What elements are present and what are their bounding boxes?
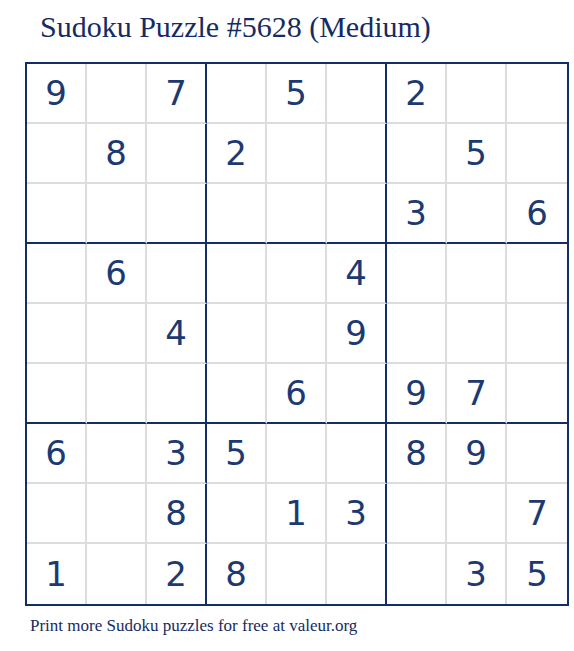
cell-r1c5[interactable]: 5 (267, 64, 327, 124)
cell-r8c8[interactable] (447, 484, 507, 544)
cell-r9c9[interactable]: 5 (507, 544, 567, 604)
cell-r4c1[interactable] (27, 244, 87, 304)
cell-r6c9[interactable] (507, 364, 567, 424)
cell-r6c3[interactable] (147, 364, 207, 424)
cell-r5c3[interactable]: 4 (147, 304, 207, 364)
cell-r1c8[interactable] (447, 64, 507, 124)
cell-r1c9[interactable] (507, 64, 567, 124)
cell-r6c5[interactable]: 6 (267, 364, 327, 424)
cell-r5c6[interactable]: 9 (327, 304, 387, 364)
cell-r1c1[interactable]: 9 (27, 64, 87, 124)
footer-text: Print more Sudoku puzzles for free at va… (30, 616, 357, 636)
cell-r8c9[interactable]: 7 (507, 484, 567, 544)
cell-r7c5[interactable] (267, 424, 327, 484)
cell-r1c2[interactable] (87, 64, 147, 124)
cell-r5c7[interactable] (387, 304, 447, 364)
cell-r5c9[interactable] (507, 304, 567, 364)
cell-r8c5[interactable]: 1 (267, 484, 327, 544)
cell-r1c7[interactable]: 2 (387, 64, 447, 124)
cell-r6c1[interactable] (27, 364, 87, 424)
cell-r3c3[interactable] (147, 184, 207, 244)
cell-r4c4[interactable] (207, 244, 267, 304)
cell-r1c4[interactable] (207, 64, 267, 124)
cell-r9c3[interactable]: 2 (147, 544, 207, 604)
cell-r6c8[interactable]: 7 (447, 364, 507, 424)
cell-r8c2[interactable] (87, 484, 147, 544)
cell-r2c9[interactable] (507, 124, 567, 184)
cell-r6c6[interactable] (327, 364, 387, 424)
cell-r8c3[interactable]: 8 (147, 484, 207, 544)
cell-r8c7[interactable] (387, 484, 447, 544)
cell-r7c7[interactable]: 8 (387, 424, 447, 484)
cell-r2c7[interactable] (387, 124, 447, 184)
cell-r5c8[interactable] (447, 304, 507, 364)
cell-r4c8[interactable] (447, 244, 507, 304)
cell-r7c3[interactable]: 3 (147, 424, 207, 484)
cell-r9c7[interactable] (387, 544, 447, 604)
cell-r3c8[interactable] (447, 184, 507, 244)
cell-r4c2[interactable]: 6 (87, 244, 147, 304)
cell-r8c6[interactable]: 3 (327, 484, 387, 544)
cell-r8c1[interactable] (27, 484, 87, 544)
cell-r4c5[interactable] (267, 244, 327, 304)
cell-r3c2[interactable] (87, 184, 147, 244)
cell-r3c6[interactable] (327, 184, 387, 244)
cell-r4c7[interactable] (387, 244, 447, 304)
cell-r5c2[interactable] (87, 304, 147, 364)
cell-r1c6[interactable] (327, 64, 387, 124)
cell-r2c4[interactable]: 2 (207, 124, 267, 184)
cell-r7c6[interactable] (327, 424, 387, 484)
cell-r6c7[interactable]: 9 (387, 364, 447, 424)
cell-r3c1[interactable] (27, 184, 87, 244)
cell-r9c5[interactable] (267, 544, 327, 604)
cell-r3c5[interactable] (267, 184, 327, 244)
cell-r9c2[interactable] (87, 544, 147, 604)
cell-r6c4[interactable] (207, 364, 267, 424)
cell-r3c4[interactable] (207, 184, 267, 244)
cell-r2c1[interactable] (27, 124, 87, 184)
cell-r7c8[interactable]: 9 (447, 424, 507, 484)
cell-r2c6[interactable] (327, 124, 387, 184)
cell-r5c5[interactable] (267, 304, 327, 364)
cell-r7c1[interactable]: 6 (27, 424, 87, 484)
cell-r2c5[interactable] (267, 124, 327, 184)
cell-r2c3[interactable] (147, 124, 207, 184)
sudoku-board: 975282536644969763589813712835 (25, 62, 569, 606)
cell-r6c2[interactable] (87, 364, 147, 424)
cell-r5c1[interactable] (27, 304, 87, 364)
cell-r7c2[interactable] (87, 424, 147, 484)
cell-r4c6[interactable]: 4 (327, 244, 387, 304)
cell-r5c4[interactable] (207, 304, 267, 364)
cell-r8c4[interactable] (207, 484, 267, 544)
sudoku-page: Sudoku Puzzle #5628 (Medium) 97528253664… (0, 0, 574, 651)
cell-r2c2[interactable]: 8 (87, 124, 147, 184)
cell-r9c4[interactable]: 8 (207, 544, 267, 604)
cell-r3c9[interactable]: 6 (507, 184, 567, 244)
cell-r3c7[interactable]: 3 (387, 184, 447, 244)
cell-r9c8[interactable]: 3 (447, 544, 507, 604)
cell-r1c3[interactable]: 7 (147, 64, 207, 124)
cell-r4c9[interactable] (507, 244, 567, 304)
cell-r2c8[interactable]: 5 (447, 124, 507, 184)
page-title: Sudoku Puzzle #5628 (Medium) (40, 10, 431, 44)
cell-r9c1[interactable]: 1 (27, 544, 87, 604)
cell-r7c4[interactable]: 5 (207, 424, 267, 484)
cell-r4c3[interactable] (147, 244, 207, 304)
cell-r7c9[interactable] (507, 424, 567, 484)
cell-r9c6[interactable] (327, 544, 387, 604)
